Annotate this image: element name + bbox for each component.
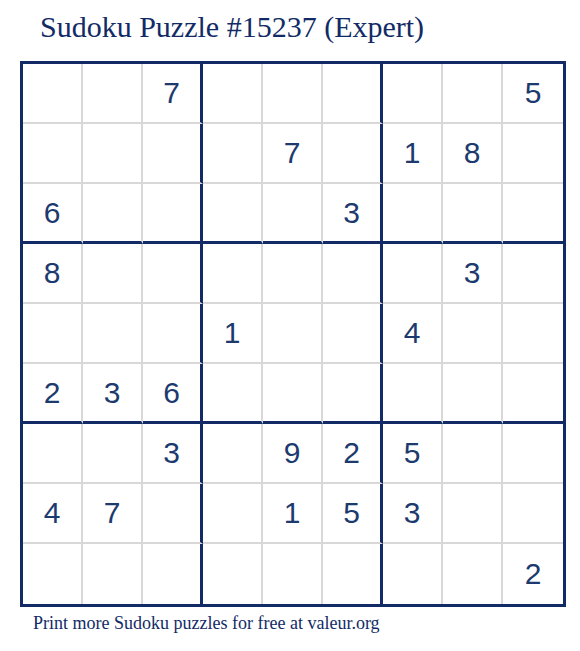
sudoku-cell-r6c5[interactable] [263, 364, 323, 424]
sudoku-cell-r2c4[interactable] [203, 124, 263, 184]
sudoku-cell-r6c9[interactable] [503, 364, 563, 424]
footer-text: Print more Sudoku puzzles for free at va… [33, 613, 380, 634]
sudoku-cell-r4c9[interactable] [503, 244, 563, 304]
sudoku-cell-r6c7[interactable] [383, 364, 443, 424]
sudoku-cell-r2c3[interactable] [143, 124, 203, 184]
sudoku-cell-r5c1[interactable] [23, 304, 83, 364]
sudoku-cell-r6c8[interactable] [443, 364, 503, 424]
sudoku-cell-r8c9[interactable] [503, 484, 563, 544]
sudoku-cell-r3c3[interactable] [143, 184, 203, 244]
sudoku-cell-r9c1[interactable] [23, 544, 83, 604]
sudoku-cell-r5c8[interactable] [443, 304, 503, 364]
sudoku-cell-r1c2[interactable] [83, 64, 143, 124]
sudoku-cell-r3c1[interactable]: 6 [23, 184, 83, 244]
sudoku-cell-r8c6[interactable]: 5 [323, 484, 383, 544]
sudoku-cell-r2c1[interactable] [23, 124, 83, 184]
sudoku-cell-r4c2[interactable] [83, 244, 143, 304]
sudoku-cell-r6c3[interactable]: 6 [143, 364, 203, 424]
sudoku-cell-r1c6[interactable] [323, 64, 383, 124]
sudoku-cell-r3c8[interactable] [443, 184, 503, 244]
sudoku-cell-r8c7[interactable]: 3 [383, 484, 443, 544]
sudoku-cell-r7c4[interactable] [203, 424, 263, 484]
sudoku-cell-r2c9[interactable] [503, 124, 563, 184]
sudoku-cell-r9c8[interactable] [443, 544, 503, 604]
sudoku-cell-r1c8[interactable] [443, 64, 503, 124]
sudoku-cell-r4c3[interactable] [143, 244, 203, 304]
sudoku-cell-r1c1[interactable] [23, 64, 83, 124]
sudoku-cell-r9c6[interactable] [323, 544, 383, 604]
sudoku-cell-r5c4[interactable]: 1 [203, 304, 263, 364]
sudoku-cell-r3c7[interactable] [383, 184, 443, 244]
sudoku-cell-r4c8[interactable]: 3 [443, 244, 503, 304]
sudoku-cell-r5c9[interactable] [503, 304, 563, 364]
sudoku-cell-r7c2[interactable] [83, 424, 143, 484]
sudoku-cell-r8c8[interactable] [443, 484, 503, 544]
sudoku-cell-r3c5[interactable] [263, 184, 323, 244]
sudoku-cell-r2c2[interactable] [83, 124, 143, 184]
sudoku-cell-r8c3[interactable] [143, 484, 203, 544]
sudoku-cell-r3c9[interactable] [503, 184, 563, 244]
sudoku-cell-r1c3[interactable]: 7 [143, 64, 203, 124]
sudoku-cell-r4c6[interactable] [323, 244, 383, 304]
sudoku-cell-r5c6[interactable] [323, 304, 383, 364]
sudoku-cell-r6c6[interactable] [323, 364, 383, 424]
sudoku-cell-r5c5[interactable] [263, 304, 323, 364]
sudoku-cell-r7c6[interactable]: 2 [323, 424, 383, 484]
sudoku-cell-r6c2[interactable]: 3 [83, 364, 143, 424]
sudoku-cell-r1c5[interactable] [263, 64, 323, 124]
sudoku-cell-r9c9[interactable]: 2 [503, 544, 563, 604]
sudoku-cell-r4c4[interactable] [203, 244, 263, 304]
sudoku-cell-r8c4[interactable] [203, 484, 263, 544]
sudoku-cell-r1c7[interactable] [383, 64, 443, 124]
sudoku-cell-r7c7[interactable]: 5 [383, 424, 443, 484]
sudoku-cell-r5c7[interactable]: 4 [383, 304, 443, 364]
sudoku-cell-r6c1[interactable]: 2 [23, 364, 83, 424]
sudoku-cell-r9c4[interactable] [203, 544, 263, 604]
sudoku-cell-r1c9[interactable]: 5 [503, 64, 563, 124]
sudoku-cell-r4c7[interactable] [383, 244, 443, 304]
sudoku-cell-r9c5[interactable] [263, 544, 323, 604]
sudoku-cell-r4c1[interactable]: 8 [23, 244, 83, 304]
sudoku-cell-r8c5[interactable]: 1 [263, 484, 323, 544]
sudoku-cell-r3c6[interactable]: 3 [323, 184, 383, 244]
sudoku-cell-r9c7[interactable] [383, 544, 443, 604]
sudoku-cell-r1c4[interactable] [203, 64, 263, 124]
sudoku-cell-r4c5[interactable] [263, 244, 323, 304]
sudoku-cell-r3c4[interactable] [203, 184, 263, 244]
sudoku-cell-r9c2[interactable] [83, 544, 143, 604]
sudoku-cell-r2c5[interactable]: 7 [263, 124, 323, 184]
sudoku-cell-r2c6[interactable] [323, 124, 383, 184]
sudoku-cell-r2c7[interactable]: 1 [383, 124, 443, 184]
sudoku-cell-r7c1[interactable] [23, 424, 83, 484]
sudoku-board: 757186383142363925471532 [20, 61, 566, 607]
sudoku-cell-r9c3[interactable] [143, 544, 203, 604]
sudoku-cell-r6c4[interactable] [203, 364, 263, 424]
sudoku-cell-r7c5[interactable]: 9 [263, 424, 323, 484]
sudoku-cell-r5c3[interactable] [143, 304, 203, 364]
sudoku-cell-r3c2[interactable] [83, 184, 143, 244]
sudoku-cell-r5c2[interactable] [83, 304, 143, 364]
sudoku-cell-r8c1[interactable]: 4 [23, 484, 83, 544]
page-title: Sudoku Puzzle #15237 (Expert) [40, 10, 424, 44]
sudoku-cell-r7c9[interactable] [503, 424, 563, 484]
sudoku-cell-r2c8[interactable]: 8 [443, 124, 503, 184]
sudoku-cell-r7c8[interactable] [443, 424, 503, 484]
sudoku-cell-r7c3[interactable]: 3 [143, 424, 203, 484]
sudoku-cell-r8c2[interactable]: 7 [83, 484, 143, 544]
